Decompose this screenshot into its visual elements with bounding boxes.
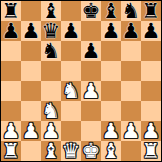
piece-white-knight[interactable]: ♞: [62, 81, 81, 101]
piece-black-rook[interactable]: ♜: [142, 1, 161, 21]
chess-board-frame: ♜♝♚♝♞♜♟♟♛♟♟♟♟♞♟♞♟♞♟♟♟♟♟♟♜♝♛♚♝♜: [0, 0, 162, 162]
square-g3[interactable]: [121, 101, 141, 121]
square-d1[interactable]: ♛: [61, 141, 81, 161]
square-d5[interactable]: [61, 61, 81, 81]
square-h1[interactable]: ♜: [141, 141, 161, 161]
square-b7[interactable]: ♟: [21, 21, 41, 41]
square-e5[interactable]: [81, 61, 101, 81]
piece-black-knight[interactable]: ♞: [122, 1, 141, 21]
square-b4[interactable]: [21, 81, 41, 101]
square-c6[interactable]: ♞: [41, 41, 61, 61]
square-h4[interactable]: [141, 81, 161, 101]
square-a6[interactable]: [1, 41, 21, 61]
square-d2[interactable]: [61, 121, 81, 141]
piece-black-pawn[interactable]: ♟: [62, 21, 81, 41]
square-a7[interactable]: ♟: [1, 21, 21, 41]
square-a5[interactable]: [1, 61, 21, 81]
square-f1[interactable]: ♝: [101, 141, 121, 161]
square-f5[interactable]: [101, 61, 121, 81]
piece-white-pawn[interactable]: ♟: [82, 81, 101, 101]
square-e3[interactable]: [81, 101, 101, 121]
square-g5[interactable]: [121, 61, 141, 81]
piece-black-knight[interactable]: ♞: [42, 41, 61, 61]
square-h5[interactable]: [141, 61, 161, 81]
square-a1[interactable]: ♜: [1, 141, 21, 161]
square-g7[interactable]: ♟: [121, 21, 141, 41]
square-f2[interactable]: ♟: [101, 121, 121, 141]
piece-white-rook[interactable]: ♜: [2, 141, 21, 161]
square-d8[interactable]: [61, 1, 81, 21]
piece-white-pawn[interactable]: ♟: [122, 121, 141, 141]
square-d7[interactable]: ♟: [61, 21, 81, 41]
piece-black-queen[interactable]: ♛: [42, 21, 61, 41]
piece-white-knight[interactable]: ♞: [42, 101, 61, 121]
square-f4[interactable]: [101, 81, 121, 101]
square-c5[interactable]: [41, 61, 61, 81]
square-e6[interactable]: ♟: [81, 41, 101, 61]
square-b3[interactable]: [21, 101, 41, 121]
piece-white-bishop[interactable]: ♝: [102, 141, 121, 161]
square-a4[interactable]: [1, 81, 21, 101]
square-a2[interactable]: ♟: [1, 121, 21, 141]
square-b2[interactable]: ♟: [21, 121, 41, 141]
square-d3[interactable]: [61, 101, 81, 121]
piece-white-pawn[interactable]: ♟: [42, 121, 61, 141]
piece-white-pawn[interactable]: ♟: [102, 121, 121, 141]
piece-black-rook[interactable]: ♜: [2, 1, 21, 21]
piece-black-pawn[interactable]: ♟: [122, 21, 141, 41]
square-h3[interactable]: [141, 101, 161, 121]
square-a8[interactable]: ♜: [1, 1, 21, 21]
piece-black-pawn[interactable]: ♟: [102, 21, 121, 41]
square-e4[interactable]: ♟: [81, 81, 101, 101]
square-b1[interactable]: [21, 141, 41, 161]
piece-black-bishop[interactable]: ♝: [42, 1, 61, 21]
square-h7[interactable]: ♟: [141, 21, 161, 41]
square-g8[interactable]: ♞: [121, 1, 141, 21]
square-e8[interactable]: ♚: [81, 1, 101, 21]
square-g2[interactable]: ♟: [121, 121, 141, 141]
piece-white-bishop[interactable]: ♝: [42, 141, 61, 161]
square-c7[interactable]: ♛: [41, 21, 61, 41]
piece-white-queen[interactable]: ♛: [62, 141, 81, 161]
piece-white-pawn[interactable]: ♟: [22, 121, 41, 141]
square-g1[interactable]: [121, 141, 141, 161]
square-f3[interactable]: [101, 101, 121, 121]
piece-black-pawn[interactable]: ♟: [82, 41, 101, 61]
square-b8[interactable]: [21, 1, 41, 21]
piece-white-king[interactable]: ♚: [82, 141, 101, 161]
square-c4[interactable]: [41, 81, 61, 101]
piece-white-rook[interactable]: ♜: [142, 141, 161, 161]
square-d6[interactable]: [61, 41, 81, 61]
square-f7[interactable]: ♟: [101, 21, 121, 41]
square-f8[interactable]: ♝: [101, 1, 121, 21]
square-a3[interactable]: [1, 101, 21, 121]
square-c8[interactable]: ♝: [41, 1, 61, 21]
piece-black-bishop[interactable]: ♝: [102, 1, 121, 21]
square-c1[interactable]: ♝: [41, 141, 61, 161]
square-c3[interactable]: ♞: [41, 101, 61, 121]
square-e1[interactable]: ♚: [81, 141, 101, 161]
square-b6[interactable]: [21, 41, 41, 61]
chess-board: ♜♝♚♝♞♜♟♟♛♟♟♟♟♞♟♞♟♞♟♟♟♟♟♟♜♝♛♚♝♜: [1, 1, 161, 161]
square-h8[interactable]: ♜: [141, 1, 161, 21]
square-g6[interactable]: [121, 41, 141, 61]
square-f6[interactable]: [101, 41, 121, 61]
square-d4[interactable]: ♞: [61, 81, 81, 101]
square-e2[interactable]: [81, 121, 101, 141]
piece-black-pawn[interactable]: ♟: [2, 21, 21, 41]
piece-black-pawn[interactable]: ♟: [142, 21, 161, 41]
square-h2[interactable]: ♟: [141, 121, 161, 141]
square-g4[interactable]: [121, 81, 141, 101]
piece-white-pawn[interactable]: ♟: [142, 121, 161, 141]
piece-white-pawn[interactable]: ♟: [2, 121, 21, 141]
square-b5[interactable]: [21, 61, 41, 81]
piece-black-king[interactable]: ♚: [82, 1, 101, 21]
square-e7[interactable]: [81, 21, 101, 41]
square-h6[interactable]: [141, 41, 161, 61]
square-c2[interactable]: ♟: [41, 121, 61, 141]
piece-black-pawn[interactable]: ♟: [22, 21, 41, 41]
